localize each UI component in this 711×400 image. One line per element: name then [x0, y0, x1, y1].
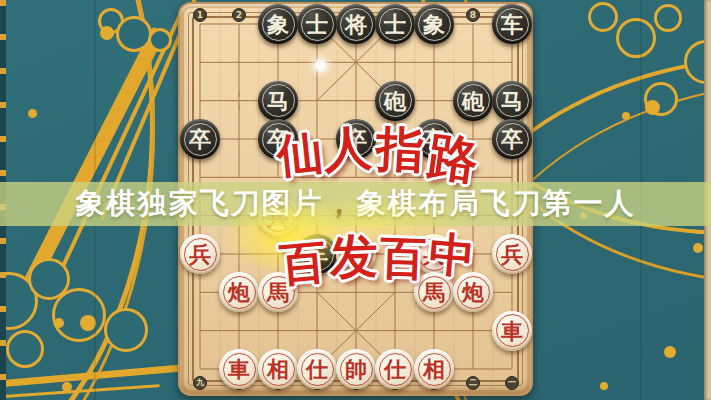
- piece-glyph: 砲: [462, 90, 484, 112]
- gold-dot: [28, 109, 37, 118]
- cloud-motif: [616, 18, 656, 58]
- piece-glyph: 士: [384, 13, 406, 35]
- piece-glyph: 仕: [384, 358, 406, 380]
- gold-dot: [100, 26, 114, 40]
- banner-separator: ，: [325, 184, 356, 224]
- calligraphy-char: 指: [374, 117, 425, 183]
- cloud-motif: [6, 330, 44, 368]
- piece-glyph: 砲: [384, 90, 406, 112]
- piece-glyph: 象: [423, 13, 445, 35]
- piece-black-士[interactable]: 士: [297, 4, 337, 44]
- piece-black-将[interactable]: 将: [336, 4, 376, 44]
- screenshot-root: 123456789 九八七六五四三二一 象士将士象车马砲砲马卒卒卒卒卒车兵兵兵兵…: [0, 0, 711, 400]
- piece-glyph: 象: [267, 13, 289, 35]
- gold-dot: [62, 382, 72, 392]
- gold-dot: [622, 112, 630, 120]
- piece-black-马[interactable]: 马: [258, 81, 298, 121]
- piece-red-帥[interactable]: 帥: [336, 349, 376, 389]
- cloud-motif: [148, 28, 172, 52]
- piece-black-车[interactable]: 车: [492, 4, 532, 44]
- piece-black-马[interactable]: 马: [492, 81, 532, 121]
- piece-black-卒[interactable]: 卒: [492, 119, 532, 159]
- piece-glyph: 相: [267, 358, 289, 380]
- calligraphy-char: 路: [424, 122, 483, 195]
- piece-black-象[interactable]: 象: [258, 4, 298, 44]
- calligraphy-char: 中: [426, 223, 477, 289]
- piece-red-炮[interactable]: 炮: [219, 272, 259, 312]
- piece-glyph: 卒: [501, 128, 523, 150]
- gold-dot: [645, 100, 660, 115]
- banner-text-right: 象棋布局飞刀第一人: [357, 184, 636, 224]
- banner-text-left: 象棋独家飞刀图片: [76, 184, 324, 224]
- gold-dot: [693, 243, 703, 253]
- piece-glyph: 马: [267, 90, 289, 112]
- calligraphy-char: 发: [329, 224, 379, 290]
- piece-black-士[interactable]: 士: [375, 4, 415, 44]
- calligraphy-char: 百: [379, 227, 427, 291]
- piece-glyph: 車: [501, 320, 523, 342]
- cloud-motif: [104, 308, 148, 352]
- sparkle-effect: [316, 61, 325, 70]
- piece-glyph: 士: [306, 13, 328, 35]
- piece-black-砲[interactable]: 砲: [375, 81, 415, 121]
- calligraphy-char: 百: [277, 231, 328, 297]
- piece-black-象[interactable]: 象: [414, 4, 454, 44]
- caption-banner: 象棋独家飞刀图片，象棋布局飞刀第一人: [0, 182, 711, 226]
- gold-dot: [600, 382, 608, 390]
- calligraphy-char: 仙: [274, 122, 326, 188]
- piece-glyph: 仕: [306, 358, 328, 380]
- piece-red-仕[interactable]: 仕: [297, 349, 337, 389]
- cloud-motif: [588, 2, 618, 32]
- piece-glyph: 车: [501, 13, 523, 35]
- piece-red-兵[interactable]: 兵: [180, 234, 220, 274]
- cloud-motif: [654, 4, 682, 32]
- piece-glyph: 炮: [228, 281, 250, 303]
- piece-glyph: 兵: [189, 243, 211, 265]
- piece-glyph: 将: [345, 13, 367, 35]
- piece-red-相[interactable]: 相: [414, 349, 454, 389]
- piece-red-車[interactable]: 車: [492, 311, 532, 351]
- piece-red-兵[interactable]: 兵: [492, 234, 532, 274]
- piece-glyph: 马: [501, 90, 523, 112]
- calligraphy-char: 人: [322, 116, 373, 182]
- gold-dot: [54, 318, 64, 328]
- piece-red-相[interactable]: 相: [258, 349, 298, 389]
- piece-glyph: 帥: [345, 358, 367, 380]
- piece-glyph: 相: [423, 358, 445, 380]
- piece-black-砲[interactable]: 砲: [453, 81, 493, 121]
- piece-glyph: 卒: [189, 128, 211, 150]
- cloud-motif: [116, 16, 152, 52]
- piece-glyph: 車: [228, 358, 250, 380]
- piece-red-仕[interactable]: 仕: [375, 349, 415, 389]
- piece-glyph: 兵: [501, 243, 523, 265]
- piece-red-車[interactable]: 車: [219, 349, 259, 389]
- cloud-motif: [52, 288, 106, 342]
- piece-black-卒[interactable]: 卒: [180, 119, 220, 159]
- gold-dot: [664, 346, 676, 358]
